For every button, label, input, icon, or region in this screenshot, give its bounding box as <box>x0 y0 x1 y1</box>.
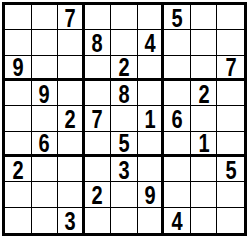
cell-r4c4[interactable] <box>85 81 112 106</box>
cell-r5c8[interactable] <box>191 106 218 131</box>
cell-r5c3[interactable]: 2 <box>58 106 85 131</box>
cell-r8c5[interactable] <box>111 182 138 207</box>
cell-r6c8[interactable]: 1 <box>191 132 218 157</box>
cell-r6c6[interactable] <box>138 132 165 157</box>
cell-r1c1[interactable] <box>5 5 32 30</box>
given-digit: 4 <box>144 30 155 55</box>
cell-r9c8[interactable] <box>191 208 218 233</box>
given-digit: 7 <box>64 5 75 30</box>
cell-r2c7[interactable] <box>164 30 191 55</box>
cell-r1c6[interactable] <box>138 5 165 30</box>
cell-r2c3[interactable] <box>58 30 85 55</box>
cell-r5c6[interactable]: 1 <box>138 106 165 131</box>
cell-r7c5[interactable]: 3 <box>111 157 138 182</box>
cell-r6c3[interactable] <box>58 132 85 157</box>
cell-r8c4[interactable]: 2 <box>85 182 112 207</box>
given-digit: 1 <box>144 106 155 131</box>
cell-r5c7[interactable]: 6 <box>164 106 191 131</box>
given-digit: 2 <box>92 182 103 207</box>
cell-r5c5[interactable] <box>111 106 138 131</box>
cell-r8c9[interactable] <box>217 182 244 207</box>
cell-r4c7[interactable] <box>164 81 191 106</box>
cell-r6c5[interactable]: 5 <box>111 132 138 157</box>
cell-r9c9[interactable] <box>217 208 244 233</box>
given-digit: 8 <box>92 30 103 55</box>
cell-r9c7[interactable]: 4 <box>164 208 191 233</box>
sudoku-page: 758492798227166512352934 <box>0 0 250 239</box>
cell-r3c6[interactable] <box>138 56 165 81</box>
cell-r4c5[interactable]: 8 <box>111 81 138 106</box>
cell-r7c1[interactable]: 2 <box>5 157 32 182</box>
cell-r4c8[interactable]: 2 <box>191 81 218 106</box>
cell-r8c2[interactable] <box>32 182 59 207</box>
given-digit: 8 <box>118 81 129 106</box>
given-digit: 1 <box>198 132 209 157</box>
cell-r3c4[interactable] <box>85 56 112 81</box>
cell-r7c8[interactable] <box>191 157 218 182</box>
cell-r6c9[interactable] <box>217 132 244 157</box>
given-digit: 7 <box>225 56 236 81</box>
cell-r1c8[interactable] <box>191 5 218 30</box>
cell-r7c7[interactable] <box>164 157 191 182</box>
given-digit: 3 <box>64 208 75 233</box>
cell-r5c2[interactable] <box>32 106 59 131</box>
cell-r4c2[interactable]: 9 <box>32 81 59 106</box>
cell-r4c9[interactable] <box>217 81 244 106</box>
cell-r3c3[interactable] <box>58 56 85 81</box>
cell-r4c1[interactable] <box>5 81 32 106</box>
given-digit: 9 <box>39 81 50 106</box>
cell-r1c2[interactable] <box>32 5 59 30</box>
cell-r1c5[interactable] <box>111 5 138 30</box>
given-digit: 6 <box>39 132 50 157</box>
cell-r3c7[interactable] <box>164 56 191 81</box>
given-digit: 9 <box>12 56 23 81</box>
cell-r8c7[interactable] <box>164 182 191 207</box>
cell-r8c8[interactable] <box>191 182 218 207</box>
cell-r6c7[interactable] <box>164 132 191 157</box>
cell-r3c5[interactable]: 2 <box>111 56 138 81</box>
cell-r6c1[interactable] <box>5 132 32 157</box>
cell-r2c9[interactable] <box>217 30 244 55</box>
cell-r2c8[interactable] <box>191 30 218 55</box>
cell-r3c9[interactable]: 7 <box>217 56 244 81</box>
cell-r2c2[interactable] <box>32 30 59 55</box>
cell-r1c9[interactable] <box>217 5 244 30</box>
cell-r8c1[interactable] <box>5 182 32 207</box>
cell-r9c3[interactable]: 3 <box>58 208 85 233</box>
cell-r7c4[interactable] <box>85 157 112 182</box>
cell-r6c4[interactable] <box>85 132 112 157</box>
given-digit: 5 <box>172 5 183 30</box>
cell-r7c6[interactable] <box>138 157 165 182</box>
cell-r3c8[interactable] <box>191 56 218 81</box>
cell-r5c4[interactable]: 7 <box>85 106 112 131</box>
cell-r3c2[interactable] <box>32 56 59 81</box>
cell-r9c5[interactable] <box>111 208 138 233</box>
given-digit: 3 <box>118 157 129 182</box>
cell-r5c1[interactable] <box>5 106 32 131</box>
cell-r9c1[interactable] <box>5 208 32 233</box>
cell-r6c2[interactable]: 6 <box>32 132 59 157</box>
cell-r4c3[interactable] <box>58 81 85 106</box>
cell-r2c1[interactable] <box>5 30 32 55</box>
given-digit: 2 <box>118 56 129 81</box>
cell-r1c7[interactable]: 5 <box>164 5 191 30</box>
cell-r2c6[interactable]: 4 <box>138 30 165 55</box>
given-digit: 9 <box>144 182 155 207</box>
given-digit: 5 <box>118 132 129 157</box>
cell-r2c4[interactable]: 8 <box>85 30 112 55</box>
given-digit: 6 <box>172 106 183 131</box>
given-digit: 2 <box>12 157 23 182</box>
cell-r9c2[interactable] <box>32 208 59 233</box>
cell-r9c6[interactable] <box>138 208 165 233</box>
given-digit: 4 <box>172 208 183 233</box>
cell-r9c4[interactable] <box>85 208 112 233</box>
cell-r1c3[interactable]: 7 <box>58 5 85 30</box>
given-digit: 7 <box>92 106 103 131</box>
cell-r2c5[interactable] <box>111 30 138 55</box>
cell-r7c2[interactable] <box>32 157 59 182</box>
given-digit: 2 <box>64 106 75 131</box>
cell-r1c4[interactable] <box>85 5 112 30</box>
cell-r5c9[interactable] <box>217 106 244 131</box>
cell-r8c3[interactable] <box>58 182 85 207</box>
sudoku-board: 758492798227166512352934 <box>2 2 247 236</box>
cell-r3c1[interactable]: 9 <box>5 56 32 81</box>
given-digit: 5 <box>225 157 236 182</box>
cell-r7c3[interactable] <box>58 157 85 182</box>
given-digit: 2 <box>198 81 209 106</box>
cell-r7c9[interactable]: 5 <box>217 157 244 182</box>
cell-r4c6[interactable] <box>138 81 165 106</box>
cell-r8c6[interactable]: 9 <box>138 182 165 207</box>
